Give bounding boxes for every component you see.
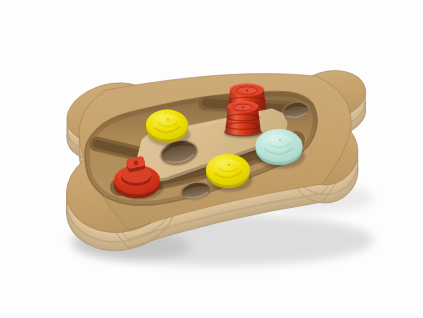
red-peg-front[interactable] xyxy=(224,102,264,138)
product-photo xyxy=(0,0,423,318)
